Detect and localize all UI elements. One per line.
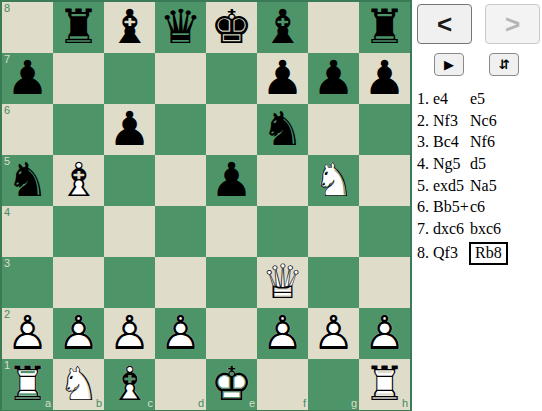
piece-white-queen[interactable]: ♛♕ <box>257 257 308 308</box>
black-move[interactable]: bxc6 <box>470 220 501 238</box>
white-move-cell: 8.Qf3 <box>417 244 470 262</box>
square-h3[interactable] <box>359 257 410 308</box>
square-h7[interactable]: ♟ <box>359 53 410 104</box>
piece-black-queen[interactable]: ♛ <box>155 2 206 53</box>
prev-move-button[interactable]: < <box>417 4 472 44</box>
square-g8[interactable] <box>308 2 359 53</box>
square-b2[interactable]: ♟♙ <box>53 308 104 359</box>
square-c3[interactable] <box>104 257 155 308</box>
piece-black-pawn[interactable]: ♟ <box>308 53 359 104</box>
piece-white-pawn[interactable]: ♟♙ <box>2 308 53 359</box>
move-row: 5.exd5Na5 <box>417 177 542 199</box>
rank-label-3: 3 <box>4 258 10 269</box>
piece-white-pawn[interactable]: ♟♙ <box>53 308 104 359</box>
square-b5[interactable]: ♝♗ <box>53 155 104 206</box>
black-move[interactable]: Na5 <box>470 177 497 195</box>
piece-black-pawn[interactable]: ♟ <box>359 53 410 104</box>
square-c5[interactable] <box>104 155 155 206</box>
secondary-buttons: ▶ ⇵ <box>417 53 542 76</box>
square-f2[interactable]: ♟♙ <box>257 308 308 359</box>
square-e8[interactable]: ♚ <box>206 2 257 53</box>
white-move[interactable]: exd5 <box>433 177 464 194</box>
move-row: 6.Bb5+c6 <box>417 198 542 220</box>
square-f7[interactable]: ♟ <box>257 53 308 104</box>
piece-white-bishop[interactable]: ♝♗ <box>53 155 104 206</box>
square-d4[interactable] <box>155 206 206 257</box>
square-e5[interactable]: ♟ <box>206 155 257 206</box>
piece-white-knight[interactable]: ♞♘ <box>308 155 359 206</box>
piece-white-rook[interactable]: ♜♖ <box>359 359 410 410</box>
white-move[interactable]: Ng5 <box>433 155 461 172</box>
square-c6[interactable]: ♟ <box>104 104 155 155</box>
move-row: 8.Qf3Rb8 <box>417 242 542 264</box>
play-icon: ▶ <box>444 57 454 72</box>
move-list: 1.e4e52.Nf3Nc63.Bc4Nf64.Ng5d55.exd5Na56.… <box>417 90 542 264</box>
piece-outline: ♘ <box>53 359 104 410</box>
piece-black-bishop[interactable]: ♝ <box>104 2 155 53</box>
white-move[interactable]: dxc6 <box>433 220 464 237</box>
square-c4[interactable] <box>104 206 155 257</box>
black-move[interactable]: Rb8 <box>469 242 508 265</box>
square-e7[interactable] <box>206 53 257 104</box>
white-move-cell: 5.exd5 <box>417 177 470 195</box>
move-number: 8. <box>417 244 429 261</box>
move-row: 3.Bc4Nf6 <box>417 133 542 155</box>
file-label-f: f <box>303 398 306 409</box>
next-move-button[interactable]: > <box>485 4 540 44</box>
black-move[interactable]: Nf6 <box>470 133 495 151</box>
file-label-g: g <box>351 398 357 409</box>
square-a6[interactable]: 6 <box>2 104 53 155</box>
move-row: 7.dxc6bxc6 <box>417 220 542 242</box>
square-h8[interactable]: ♜ <box>359 2 410 53</box>
move-number: 7. <box>417 220 429 237</box>
move-number: 1. <box>417 90 429 107</box>
white-move[interactable]: e4 <box>433 90 448 107</box>
square-f8[interactable]: ♝ <box>257 2 308 53</box>
square-c2[interactable]: ♟♙ <box>104 308 155 359</box>
square-e3[interactable] <box>206 257 257 308</box>
square-d3[interactable] <box>155 257 206 308</box>
square-a7[interactable]: 7♟ <box>2 53 53 104</box>
square-b4[interactable] <box>53 206 104 257</box>
square-g7[interactable]: ♟ <box>308 53 359 104</box>
piece-black-pawn[interactable]: ♟ <box>206 155 257 206</box>
move-number: 4. <box>417 155 429 172</box>
piece-outline: ♕ <box>257 257 308 308</box>
square-e6[interactable] <box>206 104 257 155</box>
black-move[interactable]: e5 <box>470 90 485 108</box>
piece-white-pawn[interactable]: ♟♙ <box>155 308 206 359</box>
move-number: 2. <box>417 112 429 129</box>
square-g6[interactable] <box>308 104 359 155</box>
square-f6[interactable]: ♞ <box>257 104 308 155</box>
piece-outline: ♙ <box>155 308 206 359</box>
white-move[interactable]: Qf3 <box>433 244 458 261</box>
square-h6[interactable] <box>359 104 410 155</box>
white-move-cell: 6.Bb5+ <box>417 198 470 216</box>
piece-outline: ♙ <box>104 308 155 359</box>
square-b1[interactable]: b♞♘ <box>53 359 104 410</box>
white-move-cell: 7.dxc6 <box>417 220 470 238</box>
square-e4[interactable] <box>206 206 257 257</box>
square-d8[interactable]: ♛ <box>155 2 206 53</box>
square-c7[interactable] <box>104 53 155 104</box>
move-number: 5. <box>417 177 429 194</box>
flip-board-icon: ⇵ <box>499 57 510 72</box>
square-g5[interactable]: ♞♘ <box>308 155 359 206</box>
square-g1[interactable]: g <box>308 359 359 410</box>
piece-black-pawn[interactable]: ♟ <box>257 53 308 104</box>
piece-white-pawn[interactable]: ♟♙ <box>308 308 359 359</box>
square-a8[interactable]: 8 <box>2 2 53 53</box>
piece-outline: ♗ <box>104 359 155 410</box>
white-move-cell: 1.e4 <box>417 90 470 108</box>
square-g2[interactable]: ♟♙ <box>308 308 359 359</box>
piece-white-knight[interactable]: ♞♘ <box>53 359 104 410</box>
piece-black-knight[interactable]: ♞ <box>257 104 308 155</box>
rank-label-6: 6 <box>4 105 10 116</box>
rank-label-8: 8 <box>4 3 10 14</box>
piece-black-bishop[interactable]: ♝ <box>257 2 308 53</box>
square-a3[interactable]: 3 <box>2 257 53 308</box>
move-row: 2.Nf3Nc6 <box>417 112 542 134</box>
square-a2[interactable]: 2♟♙ <box>2 308 53 359</box>
piece-white-bishop[interactable]: ♝♗ <box>104 359 155 410</box>
piece-white-pawn[interactable]: ♟♙ <box>359 308 410 359</box>
square-e1[interactable]: e♚♔ <box>206 359 257 410</box>
white-move[interactable]: Bc4 <box>433 133 459 150</box>
square-b3[interactable] <box>53 257 104 308</box>
square-d6[interactable] <box>155 104 206 155</box>
play-button[interactable]: ▶ <box>434 53 464 76</box>
square-g3[interactable] <box>308 257 359 308</box>
move-number: 6. <box>417 198 429 215</box>
square-d1[interactable]: d <box>155 359 206 410</box>
piece-black-pawn[interactable]: ♟ <box>104 104 155 155</box>
white-move-cell: 3.Bc4 <box>417 133 470 151</box>
move-number: 3. <box>417 133 429 150</box>
piece-white-king[interactable]: ♚♔ <box>206 359 257 410</box>
square-a5[interactable]: 5♞ <box>2 155 53 206</box>
nav-buttons: < > <box>417 4 542 44</box>
square-c1[interactable]: c♝♗ <box>104 359 155 410</box>
black-move[interactable]: c6 <box>470 198 485 216</box>
square-f3[interactable]: ♛♕ <box>257 257 308 308</box>
piece-outline: ♔ <box>206 359 257 410</box>
square-c8[interactable]: ♝ <box>104 2 155 53</box>
piece-outline: ♙ <box>257 308 308 359</box>
chess-board: 8♜♝♛♚♝♜7♟♟♟♟6♟♞5♞♝♗♟♞♘43♛♕2♟♙♟♙♟♙♟♙♟♙♟♙♟… <box>0 0 412 411</box>
square-h5[interactable] <box>359 155 410 206</box>
piece-outline: ♖ <box>359 359 410 410</box>
piece-white-rook[interactable]: ♜♖ <box>2 359 53 410</box>
piece-outline: ♙ <box>53 308 104 359</box>
file-label-d: d <box>198 398 204 409</box>
piece-outline: ♖ <box>2 359 53 410</box>
piece-outline: ♗ <box>53 155 104 206</box>
square-h1[interactable]: h♜♖ <box>359 359 410 410</box>
rank-label-4: 4 <box>4 207 10 218</box>
square-b8[interactable]: ♜ <box>53 2 104 53</box>
square-h4[interactable] <box>359 206 410 257</box>
move-row: 4.Ng5d5 <box>417 155 542 177</box>
square-d5[interactable] <box>155 155 206 206</box>
piece-outline: ♙ <box>308 308 359 359</box>
move-row: 1.e4e5 <box>417 90 542 112</box>
square-f5[interactable] <box>257 155 308 206</box>
piece-outline: ♙ <box>2 308 53 359</box>
white-move-cell: 2.Nf3 <box>417 112 470 130</box>
flip-board-button[interactable]: ⇵ <box>489 53 519 76</box>
square-a4[interactable]: 4 <box>2 206 53 257</box>
square-b7[interactable] <box>53 53 104 104</box>
piece-white-pawn[interactable]: ♟♙ <box>257 308 308 359</box>
white-move-cell: 4.Ng5 <box>417 155 470 173</box>
piece-black-rook[interactable]: ♜ <box>359 2 410 53</box>
square-a1[interactable]: 1a♜♖ <box>2 359 53 410</box>
white-move[interactable]: Bb5+ <box>433 198 469 215</box>
square-d7[interactable] <box>155 53 206 104</box>
black-move[interactable]: Nc6 <box>470 112 497 130</box>
white-move[interactable]: Nf3 <box>433 112 458 129</box>
square-b6[interactable] <box>53 104 104 155</box>
piece-black-king[interactable]: ♚ <box>206 2 257 53</box>
square-h2[interactable]: ♟♙ <box>359 308 410 359</box>
sidebar: < > ▶ ⇵ 1.e4e52.Nf3Nc63.Bc4Nf64.Ng5d55.e… <box>417 4 542 264</box>
square-f1[interactable]: f <box>257 359 308 410</box>
square-e2[interactable] <box>206 308 257 359</box>
piece-white-pawn[interactable]: ♟♙ <box>104 308 155 359</box>
black-move[interactable]: d5 <box>470 155 486 173</box>
piece-black-knight[interactable]: ♞ <box>2 155 53 206</box>
piece-black-pawn[interactable]: ♟ <box>2 53 53 104</box>
piece-outline: ♙ <box>359 308 410 359</box>
square-d2[interactable]: ♟♙ <box>155 308 206 359</box>
piece-outline: ♘ <box>308 155 359 206</box>
piece-black-rook[interactable]: ♜ <box>53 2 104 53</box>
square-g4[interactable] <box>308 206 359 257</box>
square-f4[interactable] <box>257 206 308 257</box>
